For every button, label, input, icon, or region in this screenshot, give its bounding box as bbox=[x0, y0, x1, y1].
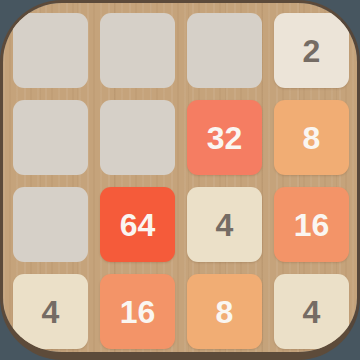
tile-2-r1c4: 2 bbox=[274, 13, 349, 88]
game-2048-app-icon: 23286441641684 bbox=[0, 0, 360, 360]
empty-cell-r1c3 bbox=[187, 13, 262, 88]
tile-32-r2c3: 32 bbox=[187, 100, 262, 175]
empty-cell-r1c1 bbox=[13, 13, 88, 88]
tile-64-r3c2: 64 bbox=[100, 187, 175, 262]
tile-4-r3c3: 4 bbox=[187, 187, 262, 262]
tile-4-r4c1: 4 bbox=[13, 274, 88, 349]
screen: 23286441641684 bbox=[0, 0, 360, 360]
tile-4-r4c4: 4 bbox=[274, 274, 349, 349]
empty-cell-r3c1 bbox=[13, 187, 88, 262]
empty-cell-r1c2 bbox=[100, 13, 175, 88]
tile-16-r3c4: 16 bbox=[274, 187, 349, 262]
empty-cell-r2c1 bbox=[13, 100, 88, 175]
empty-cell-r2c2 bbox=[100, 100, 175, 175]
tile-8-r4c3: 8 bbox=[187, 274, 262, 349]
tile-16-r4c2: 16 bbox=[100, 274, 175, 349]
tile-8-r2c4: 8 bbox=[274, 100, 349, 175]
game-board[interactable]: 23286441641684 bbox=[13, 13, 349, 349]
